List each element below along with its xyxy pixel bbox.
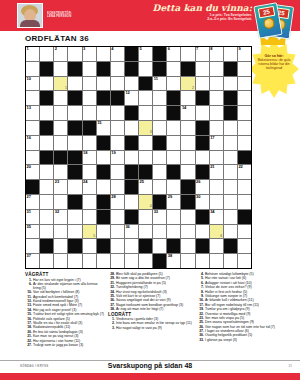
- grid-cell[interactable]: [139, 106, 152, 120]
- grid-cell-black: [196, 91, 209, 105]
- clue-item-number: 33.: [197, 338, 205, 342]
- grid-cell[interactable]: [196, 106, 209, 120]
- grid-cell[interactable]: [139, 254, 152, 268]
- grid-cell-black: [125, 180, 138, 194]
- clue-item-number: 34.: [108, 290, 116, 294]
- grid-cell[interactable]: [125, 121, 138, 135]
- grid-cell[interactable]: [153, 121, 166, 135]
- grid-cell[interactable]: 8: [210, 47, 223, 61]
- grid-cell[interactable]: [40, 254, 53, 268]
- clue-item: 3.Här något väligt te vast på (9): [108, 326, 193, 330]
- grid-cell[interactable]: [54, 254, 67, 268]
- grid-cell[interactable]: [68, 225, 81, 239]
- grid-cell[interactable]: [125, 151, 138, 165]
- grid-cell[interactable]: [83, 136, 96, 150]
- grid-cell[interactable]: [111, 239, 124, 253]
- grid-cell[interactable]: [111, 180, 124, 194]
- clue-item-text: Är nog att man inte ler högt (7): [116, 307, 193, 311]
- grid-cell-black: [68, 62, 81, 76]
- clue-item-text: Behöver ständigt luftombyte (5): [205, 272, 293, 276]
- grid-cell[interactable]: [139, 225, 152, 239]
- clue-item-text: Fäste smed med spik i Möre (7): [33, 303, 105, 307]
- grid-cell-black: [97, 239, 110, 253]
- grid-cell[interactable]: [153, 165, 166, 179]
- grid-cell[interactable]: [54, 165, 67, 179]
- grid-cell[interactable]: [181, 121, 194, 135]
- grid-cell[interactable]: [139, 210, 152, 224]
- grid-cell-black: [83, 121, 96, 135]
- grid-cell[interactable]: 15: [97, 121, 110, 135]
- grid-cell[interactable]: 26: [196, 180, 209, 194]
- howto-note-body: Bokstäverna i de gula rutorna bildar här…: [258, 58, 291, 70]
- grid-cell[interactable]: [181, 225, 194, 239]
- clue-item: 35.Vält ett kärt te ut sjönisse (7): [108, 294, 193, 298]
- grid-cell[interactable]: [238, 225, 251, 239]
- grid-cell[interactable]: [111, 165, 124, 179]
- grid-cell-black: [224, 91, 237, 105]
- grid-cell[interactable]: [238, 106, 251, 120]
- clue-number: 14: [182, 106, 186, 111]
- clue-item: 31.Huggaren järnställande in på (5): [108, 281, 193, 285]
- grid-cell[interactable]: 29: [167, 195, 180, 209]
- grid-cell[interactable]: 22: [238, 165, 251, 179]
- clue-item: 28.Blev fällt skäl på pedikyren (5): [108, 272, 193, 276]
- grid-cell[interactable]: [83, 254, 96, 268]
- grid-cell[interactable]: [238, 77, 251, 91]
- grid-cell-black: [153, 62, 166, 76]
- grid-cell[interactable]: [83, 91, 96, 105]
- grid-cell[interactable]: [167, 180, 180, 194]
- grid-cell[interactable]: [83, 106, 96, 120]
- grid-cell[interactable]: 35: [26, 225, 39, 239]
- grid-cell[interactable]: [167, 121, 180, 135]
- clue-item-text: Hör jag och säger prosit! (3): [33, 308, 105, 312]
- grid-cell-black: [153, 254, 166, 268]
- clue-number: 2: [55, 47, 57, 52]
- grid-cell[interactable]: [97, 151, 110, 165]
- grid-cell[interactable]: 11: [153, 77, 166, 91]
- clue-item: 23.Ser man tofs vispa på (5): [197, 316, 293, 320]
- grid-cell[interactable]: [238, 121, 251, 135]
- grid-cell[interactable]: 37: [26, 254, 39, 268]
- grid-cell[interactable]: [196, 77, 209, 91]
- clue-item-text: Agreabel och komfortabel (7): [33, 295, 105, 299]
- grid-cell[interactable]: 12: [125, 91, 138, 105]
- clue-number: 31: [27, 210, 31, 215]
- grid-cell[interactable]: [40, 165, 53, 179]
- clue-item-text: Skulle en stå i för exakt skull (3): [33, 321, 105, 325]
- grid-cell[interactable]: [224, 225, 237, 239]
- grid-cell[interactable]: [196, 62, 209, 76]
- clue-number: 23: [55, 180, 59, 185]
- grid-cell[interactable]: [97, 225, 110, 239]
- grid-cell[interactable]: [40, 106, 53, 120]
- clue-item-number: 28.: [108, 272, 116, 276]
- grid-cell[interactable]: [181, 254, 194, 268]
- grid-cell[interactable]: [167, 151, 180, 165]
- grid-cell-yellow[interactable]: 2: [181, 77, 194, 91]
- grid-cell-black: [125, 210, 138, 224]
- grid-cell[interactable]: [224, 121, 237, 135]
- grid-cell-black: [54, 151, 67, 165]
- clue-item: 18.Radioteaterrepublik (11): [25, 325, 105, 329]
- grid-cell[interactable]: [97, 77, 110, 91]
- grid-cell[interactable]: [167, 136, 180, 150]
- grid-cell[interactable]: 34: [210, 210, 223, 224]
- clue-item-number: 22.: [25, 339, 33, 343]
- grid-cell[interactable]: [83, 165, 96, 179]
- grid-cell[interactable]: [224, 180, 237, 194]
- ticket-value-badge: 25: [258, 6, 275, 19]
- clue-number: 3: [83, 47, 85, 52]
- coin-icon: [263, 17, 276, 30]
- grid-cell[interactable]: 24: [83, 180, 96, 194]
- bottom-red-bar: [0, 373, 300, 380]
- grid-cell[interactable]: [111, 210, 124, 224]
- grid-cell-yellow[interactable]: 6: [210, 225, 223, 239]
- grid-cell[interactable]: 33: [153, 210, 166, 224]
- grid-cell[interactable]: [54, 91, 67, 105]
- grid-cell[interactable]: [196, 225, 209, 239]
- grid-cell[interactable]: 25: [139, 180, 152, 194]
- grid-cell[interactable]: [26, 62, 39, 76]
- grid-cell-black: [181, 62, 194, 76]
- clue-item: 27.I laget av stundens allvar (6): [197, 329, 293, 333]
- grid-cell[interactable]: [125, 239, 138, 253]
- grid-cell[interactable]: [40, 225, 53, 239]
- clue-item: 10.Van vid bortbyten i folktron (8): [25, 290, 105, 294]
- grid-cell[interactable]: [181, 136, 194, 150]
- clue-number: 24: [83, 180, 87, 185]
- grid-cell[interactable]: [125, 254, 138, 268]
- clue-column-3: 4.Behöver ständigt luftombyte (5)5.Har i…: [197, 272, 293, 342]
- clue-number: 7: [196, 47, 198, 52]
- clue-item-number: 25.: [197, 320, 205, 324]
- grid-cell-black: [181, 195, 194, 209]
- grid-cell[interactable]: [210, 254, 223, 268]
- grid-cell[interactable]: [167, 210, 180, 224]
- grid-cell[interactable]: 21: [210, 165, 223, 179]
- grid-cell[interactable]: [167, 62, 180, 76]
- grid-cell[interactable]: 23: [54, 180, 67, 194]
- grid-cell[interactable]: 36: [125, 225, 138, 239]
- grid-cell[interactable]: [83, 239, 96, 253]
- grid-cell[interactable]: [83, 62, 96, 76]
- grid-cell[interactable]: [210, 106, 223, 120]
- grid-cell[interactable]: [54, 136, 67, 150]
- clue-item-number: 15.: [25, 312, 33, 316]
- grid-cell-black: [196, 239, 209, 253]
- clue-item-text: Har stjärnorna i vän hamn (11): [33, 339, 105, 343]
- grid-cell-black: [153, 136, 166, 150]
- grid-cell[interactable]: [68, 106, 81, 120]
- grid-cell[interactable]: [111, 62, 124, 76]
- grid-cell[interactable]: [139, 136, 152, 150]
- grid-cell[interactable]: [210, 180, 223, 194]
- grid-cell[interactable]: [40, 136, 53, 150]
- clue-number: 22: [238, 165, 242, 170]
- clue-item-number: 7.: [197, 285, 205, 289]
- grid-cell[interactable]: 20: [26, 165, 39, 179]
- grid-cell[interactable]: [224, 151, 237, 165]
- grid-cell[interactable]: 19: [111, 151, 124, 165]
- grid-cell-black: [68, 151, 81, 165]
- clue-number: 10: [27, 77, 31, 82]
- clue-number: 28: [111, 195, 115, 200]
- grid-cell[interactable]: 10: [26, 77, 39, 91]
- grid-cell[interactable]: [224, 210, 237, 224]
- grid-cell[interactable]: [181, 239, 194, 253]
- grid-cell[interactable]: [68, 180, 81, 194]
- grid-cell[interactable]: [97, 254, 110, 268]
- clue-item-number: 16.: [197, 298, 205, 302]
- grid-cell[interactable]: [97, 180, 110, 194]
- grid-cell[interactable]: [111, 121, 124, 135]
- clue-item: 7.Vinkar de över oss inifrån? (9): [197, 285, 293, 289]
- clue-item-number: 21.: [25, 334, 33, 338]
- clue-number: 37: [27, 254, 31, 259]
- grid-cell[interactable]: [153, 225, 166, 239]
- grid-cell[interactable]: 4: [111, 47, 124, 61]
- grid-cell[interactable]: [224, 254, 237, 268]
- grid-cell[interactable]: [83, 195, 96, 209]
- grid-cell[interactable]: [26, 91, 39, 105]
- clue-item: 19.Tumlar yra om i glädjeyra (9): [197, 307, 293, 311]
- grid-cell[interactable]: [210, 91, 223, 105]
- grid-cell[interactable]: [210, 121, 223, 135]
- grid-cell[interactable]: [224, 136, 237, 150]
- grid-cell[interactable]: [111, 225, 124, 239]
- grid-cell[interactable]: [40, 47, 53, 61]
- clue-column-2: 28.Blev fällt skäl på pedikyren (5)29.Bi…: [108, 272, 193, 330]
- clue-number: 4: [111, 47, 113, 52]
- grid-cell[interactable]: 2: [54, 47, 67, 61]
- avatar-body: [20, 20, 40, 27]
- grid-cell[interactable]: [210, 239, 223, 253]
- grid-cell[interactable]: [139, 91, 152, 105]
- grid-cell[interactable]: [68, 254, 81, 268]
- grid-cell-black: [196, 121, 209, 135]
- grid-cell[interactable]: [181, 151, 194, 165]
- grid-cell[interactable]: [26, 121, 39, 135]
- grid-cell[interactable]: [68, 136, 81, 150]
- grid-cell[interactable]: [125, 195, 138, 209]
- clue-item-number: 31.: [108, 281, 116, 285]
- grid-cell[interactable]: [224, 165, 237, 179]
- grid-cell[interactable]: [54, 239, 67, 253]
- grid-cell-yellow[interactable]: 5: [83, 225, 96, 239]
- clue-item: 14.Hör jag och säger prosit! (3): [25, 308, 105, 312]
- grid-cell[interactable]: [54, 121, 67, 135]
- grid-cell[interactable]: [54, 225, 67, 239]
- promo-headline: Detta kan du vinna:: [140, 3, 252, 13]
- grid-cell-black: [111, 91, 124, 105]
- clue-item: 37.Något tveksamt som bondkon granithop …: [108, 303, 193, 307]
- grid-cell[interactable]: [40, 77, 53, 91]
- clue-item: 6.Är den strålande stjärnan som alla kre…: [25, 282, 105, 290]
- grid-cell[interactable]: [54, 195, 67, 209]
- grid-cell[interactable]: 6: [167, 47, 180, 61]
- grid-cell-black: [139, 165, 152, 179]
- grid-cell[interactable]: [54, 62, 67, 76]
- grid-cell[interactable]: [83, 77, 96, 91]
- grid-cell[interactable]: [210, 62, 223, 76]
- grid-cell[interactable]: [26, 239, 39, 253]
- grid-cell[interactable]: [238, 91, 251, 105]
- grid-cell[interactable]: [111, 106, 124, 120]
- grid-cell[interactable]: [83, 210, 96, 224]
- grid-cell-black: [97, 210, 110, 224]
- clue-item-number: 6.: [197, 281, 205, 285]
- clue-item-text: I glorian på svept (3): [205, 338, 293, 342]
- grid-cell[interactable]: 9: [238, 47, 251, 61]
- grid-cell[interactable]: [181, 47, 194, 61]
- clue-item-number: 1.: [25, 278, 33, 282]
- grid-cell[interactable]: [68, 77, 81, 91]
- grid-cell[interactable]: [153, 151, 166, 165]
- clue-item-number: 14.: [25, 308, 33, 312]
- grid-cell[interactable]: [224, 195, 237, 209]
- grid-cell[interactable]: 30: [196, 195, 209, 209]
- grid-cell[interactable]: 28: [111, 195, 124, 209]
- grid-cell[interactable]: [54, 106, 67, 120]
- grid-cell[interactable]: [167, 225, 180, 239]
- clue-number: 26: [196, 180, 200, 185]
- grid-cell[interactable]: [181, 210, 194, 224]
- grid-cell[interactable]: [153, 180, 166, 194]
- grid-cell[interactable]: [153, 91, 166, 105]
- grid-cell-black: [97, 62, 110, 76]
- grid-cell[interactable]: [111, 136, 124, 150]
- grid-cell[interactable]: 38: [167, 254, 180, 268]
- grid-cell-black: [125, 136, 138, 150]
- grid-cell[interactable]: [181, 91, 194, 105]
- grid-cell[interactable]: [238, 62, 251, 76]
- clue-number: 20: [27, 165, 31, 170]
- grid-cell[interactable]: [153, 239, 166, 253]
- grid-cell-black: [224, 239, 237, 253]
- grid-cell[interactable]: [68, 210, 81, 224]
- grid-cell-black: [224, 106, 237, 120]
- grid-cell[interactable]: [139, 62, 152, 76]
- clue-item: 21.Kan man se på väg norrut (3): [25, 334, 105, 338]
- grid-cell[interactable]: 13: [26, 106, 39, 120]
- clue-item-text: Tunstlighetsbring (7): [116, 285, 193, 289]
- clue-number: 18: [83, 151, 87, 156]
- clue-item-number: 1.: [108, 317, 116, 321]
- grid-cell[interactable]: [238, 180, 251, 194]
- clue-item: 17.Bor vill ingen nobelstaty till rim (1…: [197, 303, 293, 307]
- grid-cell-black: [68, 121, 81, 135]
- grid-cell[interactable]: 1: [26, 47, 39, 61]
- grid-cell[interactable]: [26, 151, 39, 165]
- grid-cell-black: [40, 91, 53, 105]
- grid-cell[interactable]: [139, 151, 152, 165]
- clue-item-number: 6.: [25, 282, 33, 290]
- grid-cell[interactable]: [238, 136, 251, 150]
- grid-cell[interactable]: 32: [54, 210, 67, 224]
- competition-letter-index: 6: [220, 235, 222, 239]
- clue-number: 8: [210, 47, 212, 52]
- grid-cell-black: [68, 195, 81, 209]
- clue-item-number: 36.: [108, 298, 116, 302]
- grid-cell[interactable]: 16: [26, 136, 39, 150]
- grid-cell[interactable]: [40, 180, 53, 194]
- clue-item-text: Överstår vi motvilliga med (9): [205, 312, 293, 316]
- grid-cell[interactable]: 18: [83, 151, 96, 165]
- grid-cell[interactable]: [167, 77, 180, 91]
- byline: KONSTRUKTÖR: LENA PERSSON: [47, 12, 72, 19]
- grid-cell[interactable]: [210, 77, 223, 91]
- crossword-grid[interactable]: 1234567891011121213141531617181920212223…: [25, 46, 252, 269]
- grid-cell[interactable]: [40, 195, 53, 209]
- clue-item-text: I laget av stundens allvar (6): [205, 329, 293, 333]
- grid-cell-yellow[interactable]: 4: [139, 195, 152, 209]
- grid-cell[interactable]: [224, 77, 237, 91]
- clue-item: 27.Tråkigt som är jagg på kosan (3): [25, 343, 105, 347]
- grid-cell[interactable]: [210, 195, 223, 209]
- grid-cell[interactable]: 14: [181, 106, 194, 120]
- grid-cell[interactable]: [238, 254, 251, 268]
- grid-cell[interactable]: 3: [83, 47, 96, 61]
- grid-cell-yellow[interactable]: 3: [139, 121, 152, 135]
- grid-cell[interactable]: [153, 106, 166, 120]
- grid-cell[interactable]: [238, 195, 251, 209]
- clue-item: 6.Avlägger rivstart i att häst (10): [197, 281, 293, 285]
- grid-cell-black: [125, 62, 138, 76]
- clue-item-number: 17.: [25, 321, 33, 325]
- grid-cell[interactable]: [97, 47, 110, 61]
- grid-cell-black: [97, 136, 110, 150]
- grid-cell-black: [40, 151, 53, 165]
- grid-cell[interactable]: [196, 151, 209, 165]
- clue-item-number: 38.: [108, 307, 116, 311]
- grid-cell[interactable]: [125, 77, 138, 91]
- clue-item-number: 26.: [197, 325, 205, 329]
- clue-item-number: 18.: [25, 325, 33, 329]
- clue-item-text: Gökunge som sveper in (7): [205, 294, 293, 298]
- clue-item-text: Känd tredimensionell figur (3): [33, 299, 105, 303]
- grid-cell[interactable]: [224, 47, 237, 61]
- grid-cell[interactable]: [181, 165, 194, 179]
- grid-cell-yellow[interactable]: 1: [54, 77, 67, 91]
- grid-cell[interactable]: [238, 239, 251, 253]
- grid-cell[interactable]: 31: [26, 210, 39, 224]
- grid-cell[interactable]: [196, 254, 209, 268]
- clue-item: 38.Är nog att man inte ler högt (7): [108, 307, 193, 311]
- clue-item-text: Inte bara om man smular in lite senap av…: [116, 321, 193, 325]
- clue-item-number: 35.: [108, 294, 116, 298]
- grid-cell[interactable]: [210, 151, 223, 165]
- grid-cell[interactable]: [68, 47, 81, 61]
- clue-item-number: 30.: [197, 333, 205, 337]
- grid-cell[interactable]: 5: [139, 47, 152, 61]
- clue-item-text: Den ovana sysselsättningen (9): [205, 320, 293, 324]
- grid-cell[interactable]: 27: [26, 195, 39, 209]
- grid-cell[interactable]: [111, 77, 124, 91]
- grid-cell[interactable]: 17: [210, 136, 223, 150]
- clue-item-text: Blev fällt skäl på pedikyren (5): [116, 272, 193, 276]
- grid-cell[interactable]: [40, 210, 53, 224]
- clue-item-text: Ovanlig helgonlik predikant (5): [205, 333, 293, 337]
- clue-column-1: VÅGRÄTT1.Har en larv sitt eget krypin i …: [25, 272, 105, 347]
- grid-cell[interactable]: 7: [196, 47, 209, 61]
- footer-divider: [0, 360, 300, 361]
- grid-cell-black: [167, 106, 180, 120]
- clue-number: 1: [27, 47, 29, 52]
- grid-cell[interactable]: [97, 106, 110, 120]
- grid-cell[interactable]: [111, 254, 124, 268]
